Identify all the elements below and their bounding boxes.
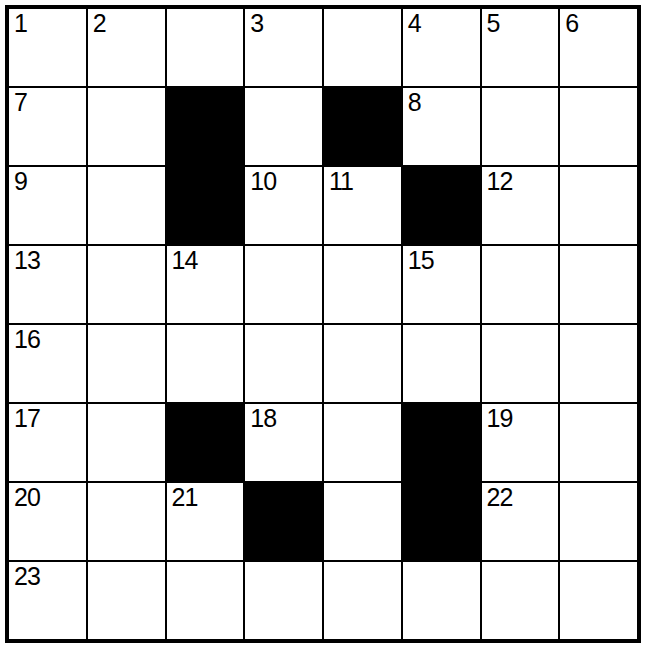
cell-r8c8[interactable] [560, 562, 637, 639]
clue-number: 18 [250, 404, 276, 433]
clue-number: 4 [408, 9, 421, 38]
cell-r1c7[interactable]: 5 [482, 9, 559, 86]
clue-number: 10 [250, 167, 276, 196]
cell-r1c4[interactable]: 3 [245, 9, 322, 86]
crossword-page: 1234567891011121314151617181920212223 [0, 0, 646, 647]
cell-r7c8[interactable] [560, 483, 637, 560]
cell-r8c7[interactable] [482, 562, 559, 639]
cell-r6c4[interactable]: 18 [245, 404, 322, 481]
cell-r1c3[interactable] [167, 9, 244, 86]
clue-number: 23 [14, 562, 40, 591]
cell-r4c3[interactable]: 14 [167, 246, 244, 323]
cell-r1c2[interactable]: 2 [88, 9, 165, 86]
cell-r8c5[interactable] [324, 562, 401, 639]
cell-r7c7[interactable]: 22 [482, 483, 559, 560]
cell-r4c1[interactable]: 13 [9, 246, 86, 323]
cell-r6c1[interactable]: 17 [9, 404, 86, 481]
clue-number: 16 [14, 325, 40, 354]
cell-r2c4[interactable] [245, 88, 322, 165]
cell-r1c5[interactable] [324, 9, 401, 86]
cell-r7c5[interactable] [324, 483, 401, 560]
cell-r4c8[interactable] [560, 246, 637, 323]
cell-r1c1[interactable]: 1 [9, 9, 86, 86]
block-cell-r7c4 [245, 483, 322, 560]
cell-r4c2[interactable] [88, 246, 165, 323]
cell-r8c2[interactable] [88, 562, 165, 639]
cell-r5c2[interactable] [88, 325, 165, 402]
cell-r5c8[interactable] [560, 325, 637, 402]
block-cell-r3c6 [403, 167, 480, 244]
cell-r8c4[interactable] [245, 562, 322, 639]
cell-r5c6[interactable] [403, 325, 480, 402]
cell-r8c3[interactable] [167, 562, 244, 639]
block-cell-r2c3 [167, 88, 244, 165]
clue-number: 21 [172, 483, 198, 512]
cell-r6c7[interactable]: 19 [482, 404, 559, 481]
cell-r5c4[interactable] [245, 325, 322, 402]
clue-number: 17 [14, 404, 40, 433]
clue-number: 1 [14, 9, 27, 38]
cell-r1c6[interactable]: 4 [403, 9, 480, 86]
clue-number: 3 [250, 9, 263, 38]
cell-r6c2[interactable] [88, 404, 165, 481]
cell-r4c4[interactable] [245, 246, 322, 323]
block-cell-r2c5 [324, 88, 401, 165]
cell-r2c1[interactable]: 7 [9, 88, 86, 165]
cell-r6c5[interactable] [324, 404, 401, 481]
cell-r5c5[interactable] [324, 325, 401, 402]
cell-r3c2[interactable] [88, 167, 165, 244]
cell-r3c4[interactable]: 10 [245, 167, 322, 244]
clue-number: 7 [14, 88, 27, 117]
clue-number: 22 [487, 483, 513, 512]
cell-r5c1[interactable]: 16 [9, 325, 86, 402]
clue-number: 12 [487, 167, 513, 196]
cell-r7c3[interactable]: 21 [167, 483, 244, 560]
cell-r3c1[interactable]: 9 [9, 167, 86, 244]
clue-number: 6 [565, 9, 578, 38]
cell-r2c6[interactable]: 8 [403, 88, 480, 165]
cell-r5c3[interactable] [167, 325, 244, 402]
cell-r5c7[interactable] [482, 325, 559, 402]
block-cell-r7c6 [403, 483, 480, 560]
cell-r3c8[interactable] [560, 167, 637, 244]
cell-r4c6[interactable]: 15 [403, 246, 480, 323]
block-cell-r6c3 [167, 404, 244, 481]
block-cell-r6c6 [403, 404, 480, 481]
cell-r7c1[interactable]: 20 [9, 483, 86, 560]
cell-r3c7[interactable]: 12 [482, 167, 559, 244]
block-cell-r3c3 [167, 167, 244, 244]
cell-r6c8[interactable] [560, 404, 637, 481]
clue-number: 11 [329, 167, 353, 196]
cell-r4c7[interactable] [482, 246, 559, 323]
cell-r8c1[interactable]: 23 [9, 562, 86, 639]
cell-r2c7[interactable] [482, 88, 559, 165]
clue-number: 8 [408, 88, 421, 117]
cell-r2c8[interactable] [560, 88, 637, 165]
cell-r4c5[interactable] [324, 246, 401, 323]
cell-r2c2[interactable] [88, 88, 165, 165]
clue-number: 9 [14, 167, 27, 196]
crossword-board: 1234567891011121314151617181920212223 [5, 5, 641, 643]
clue-number: 20 [14, 483, 40, 512]
cell-r3c5[interactable]: 11 [324, 167, 401, 244]
cell-r8c6[interactable] [403, 562, 480, 639]
clue-number: 2 [93, 9, 106, 38]
cell-r1c8[interactable]: 6 [560, 9, 637, 86]
cell-r7c2[interactable] [88, 483, 165, 560]
clue-number: 14 [172, 246, 198, 275]
clue-number: 13 [14, 246, 40, 275]
clue-number: 15 [408, 246, 434, 275]
clue-number: 5 [487, 9, 500, 38]
clue-number: 19 [487, 404, 513, 433]
